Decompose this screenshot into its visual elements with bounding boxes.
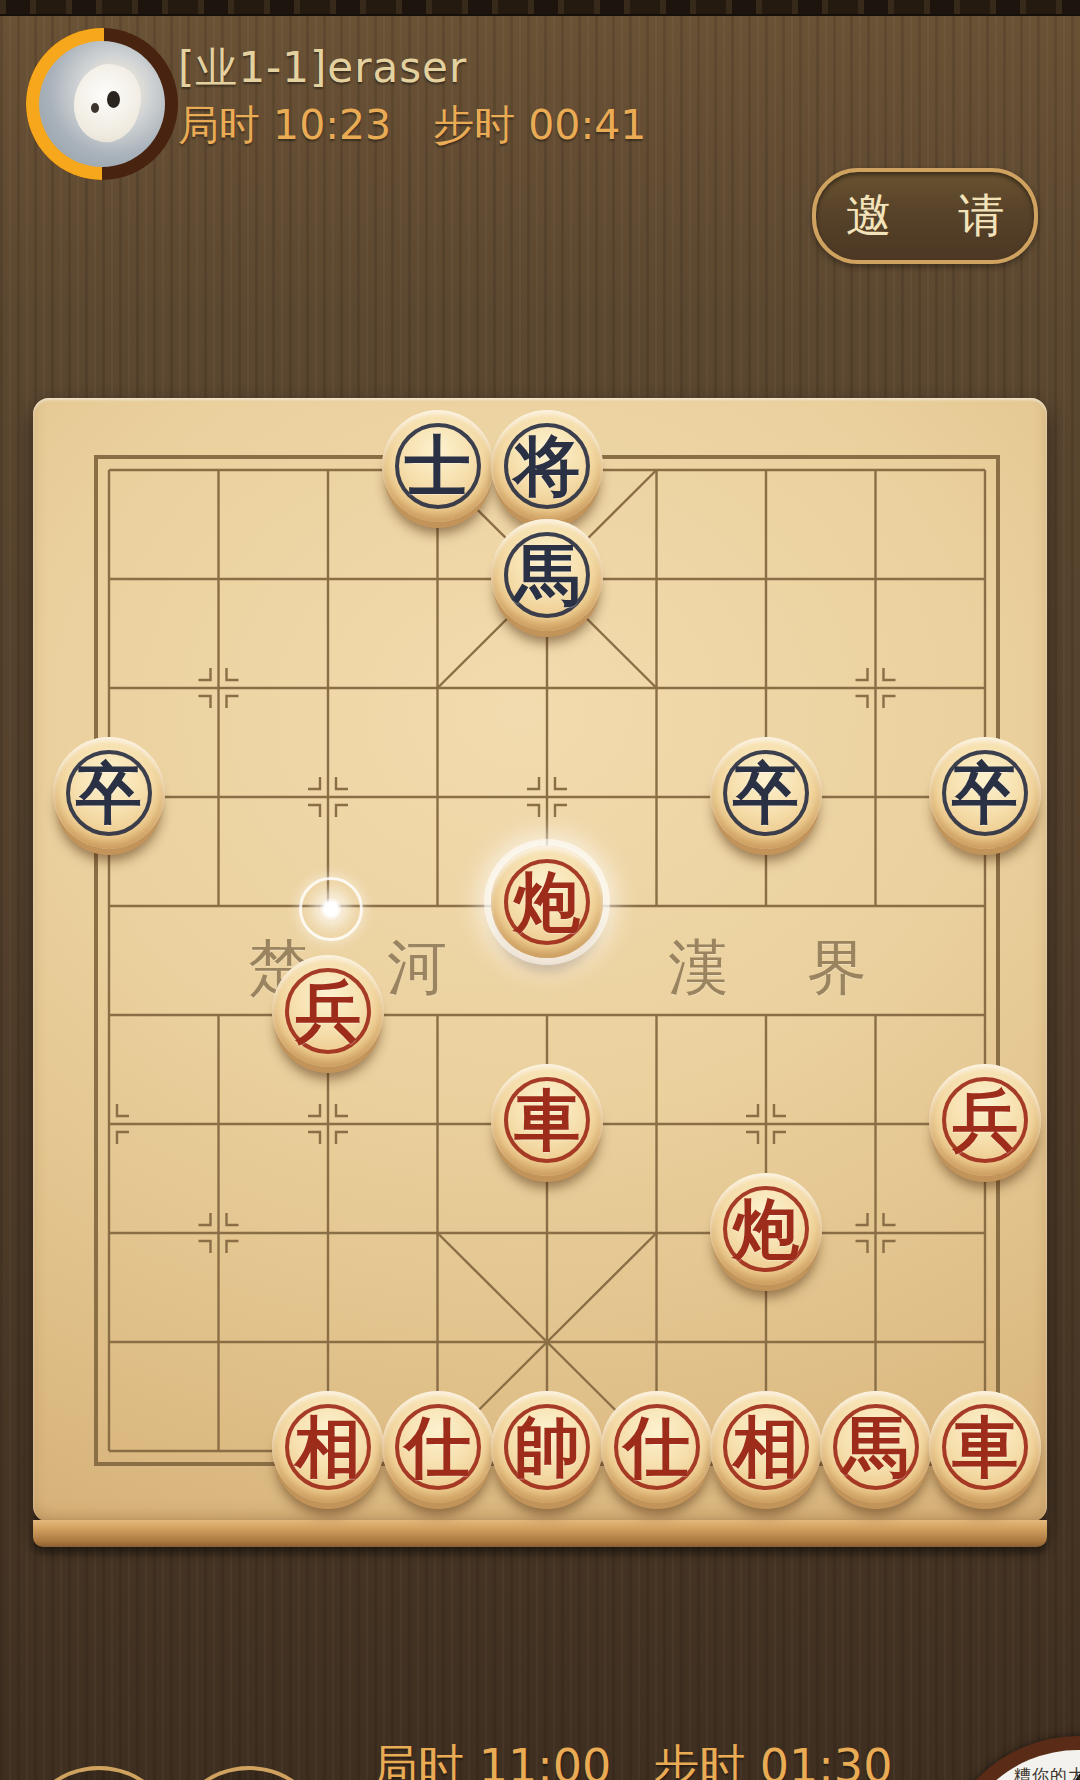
piece-black-卒[interactable]: 卒: [929, 737, 1041, 849]
player-avatar-caption: 糟你的大: [1014, 1764, 1080, 1780]
player-game-time-label: 局时: [372, 1739, 464, 1780]
piece-red-車[interactable]: 車: [491, 1064, 603, 1176]
player-avatar-photo: 糟你的大: [952, 1750, 1080, 1780]
piece-glyph: 仕: [382, 1391, 494, 1503]
opponent-avatar[interactable]: [26, 28, 178, 180]
piece-glyph: 卒: [929, 737, 1041, 849]
piece-glyph: 士: [382, 410, 494, 522]
opponent-game-time: 10:23: [273, 101, 391, 149]
player-move-time-label: 步时: [653, 1739, 745, 1780]
piece-red-兵[interactable]: 兵: [272, 955, 384, 1067]
piece-red-馬[interactable]: 馬: [820, 1391, 932, 1503]
piece-glyph: 卒: [53, 737, 165, 849]
player-move-time: 01:30: [760, 1739, 893, 1780]
opponent-game-time-label: 局时: [178, 101, 260, 149]
piece-red-相[interactable]: 相: [710, 1391, 822, 1503]
piece-glyph: 卒: [710, 737, 822, 849]
piece-red-帥[interactable]: 帥: [491, 1391, 603, 1503]
piece-red-相[interactable]: 相: [272, 1391, 384, 1503]
game-screen: [业1-1]eraser 局时 10:23步时 00:41 邀 请 楚 河 漢 …: [0, 0, 1080, 1780]
piece-glyph: 相: [710, 1391, 822, 1503]
piece-black-馬[interactable]: 馬: [491, 519, 603, 631]
piece-glyph: 炮: [491, 846, 603, 958]
piece-glyph: 馬: [820, 1391, 932, 1503]
opponent-move-time: 00:41: [528, 101, 646, 149]
piece-black-将[interactable]: 将: [491, 410, 603, 522]
piece-red-仕[interactable]: 仕: [601, 1391, 713, 1503]
piece-red-車[interactable]: 車: [929, 1391, 1041, 1503]
invite-button[interactable]: 邀 请: [812, 168, 1038, 264]
piece-red-炮[interactable]: 炮: [710, 1173, 822, 1285]
piece-red-仕[interactable]: 仕: [382, 1391, 494, 1503]
piece-glyph: 兵: [272, 955, 384, 1067]
piece-glyph: 将: [491, 410, 603, 522]
piece-glyph: 仕: [601, 1391, 713, 1503]
piece-black-士[interactable]: 士: [382, 410, 494, 522]
top-decorative-border: [0, 0, 1080, 16]
player-avatar[interactable]: 糟你的大: [938, 1736, 1080, 1780]
board-front-edge: [33, 1520, 1047, 1547]
piece-black-卒[interactable]: 卒: [710, 737, 822, 849]
piece-glyph: 帥: [491, 1391, 603, 1503]
player-game-time: 11:00: [479, 1739, 612, 1780]
river-text-right: 漢 界: [668, 928, 897, 1009]
piece-black-卒[interactable]: 卒: [53, 737, 165, 849]
bottom-left-button-2[interactable]: [169, 1766, 329, 1780]
opponent-clocks: 局时 10:23步时 00:41: [178, 98, 646, 153]
last-move-from-marker: [299, 877, 363, 941]
piece-red-炮[interactable]: 炮: [491, 846, 603, 958]
opponent-avatar-photo: [39, 41, 165, 167]
opponent-move-time-label: 步时: [433, 101, 515, 149]
piece-glyph: 車: [929, 1391, 1041, 1503]
bottom-left-button-1[interactable]: [19, 1766, 179, 1780]
opponent-name: [业1-1]eraser: [178, 40, 467, 96]
piece-glyph: 車: [491, 1064, 603, 1176]
piece-glyph: 兵: [929, 1064, 1041, 1176]
piece-glyph: 相: [272, 1391, 384, 1503]
player-clocks: 局时 11:00步时 01:30: [372, 1736, 892, 1780]
piece-red-兵[interactable]: 兵: [929, 1064, 1041, 1176]
piece-glyph: 馬: [491, 519, 603, 631]
piece-glyph: 炮: [710, 1173, 822, 1285]
